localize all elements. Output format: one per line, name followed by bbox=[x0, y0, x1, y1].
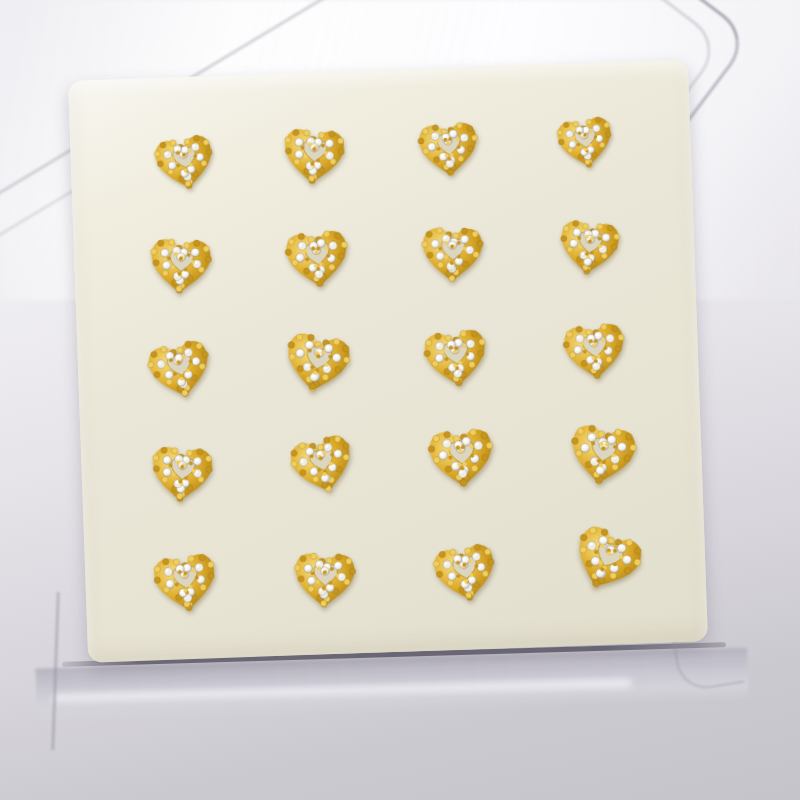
earring-stud bbox=[418, 222, 486, 286]
heart-icon bbox=[283, 428, 362, 504]
heart-icon bbox=[414, 117, 483, 182]
earring-stud bbox=[279, 123, 347, 187]
heart-icon bbox=[418, 223, 485, 286]
heart-icon bbox=[551, 111, 618, 175]
heart-icon bbox=[554, 214, 624, 281]
earring-stud bbox=[560, 426, 628, 490]
earring-stud bbox=[553, 217, 621, 281]
earring-stud bbox=[294, 540, 362, 604]
heart-icon bbox=[277, 326, 356, 401]
earring-stud bbox=[155, 440, 223, 504]
heart-icon bbox=[147, 547, 222, 619]
earring-stud bbox=[159, 545, 227, 609]
earring-stud bbox=[290, 436, 358, 500]
stud-grid bbox=[109, 91, 667, 632]
heart-icon bbox=[427, 537, 503, 610]
earring-stud bbox=[556, 322, 624, 386]
earring-stud bbox=[421, 326, 489, 390]
heart-icon bbox=[141, 333, 218, 407]
heart-icon bbox=[560, 516, 651, 605]
heart-icon bbox=[418, 323, 493, 394]
earring-stud bbox=[425, 431, 493, 495]
earring-stud bbox=[152, 336, 220, 400]
heart-icon bbox=[145, 233, 214, 298]
heart-icon bbox=[148, 129, 220, 198]
earring-stud bbox=[144, 127, 212, 191]
earring-stud bbox=[564, 530, 632, 594]
heart-icon bbox=[280, 224, 354, 294]
earring-stud bbox=[286, 331, 354, 395]
heart-icon bbox=[424, 423, 499, 494]
earring-stud bbox=[148, 232, 216, 296]
earring-stud bbox=[549, 113, 617, 177]
heart-icon bbox=[563, 419, 641, 494]
heart-icon bbox=[290, 548, 358, 612]
heart-icon bbox=[278, 123, 348, 189]
earring-stud bbox=[283, 227, 351, 291]
earring-stud bbox=[414, 118, 482, 182]
heart-icon bbox=[146, 441, 216, 507]
product-photo bbox=[0, 0, 800, 800]
heart-icon bbox=[558, 317, 630, 386]
foam-pad bbox=[68, 59, 708, 662]
earring-stud bbox=[429, 535, 497, 599]
